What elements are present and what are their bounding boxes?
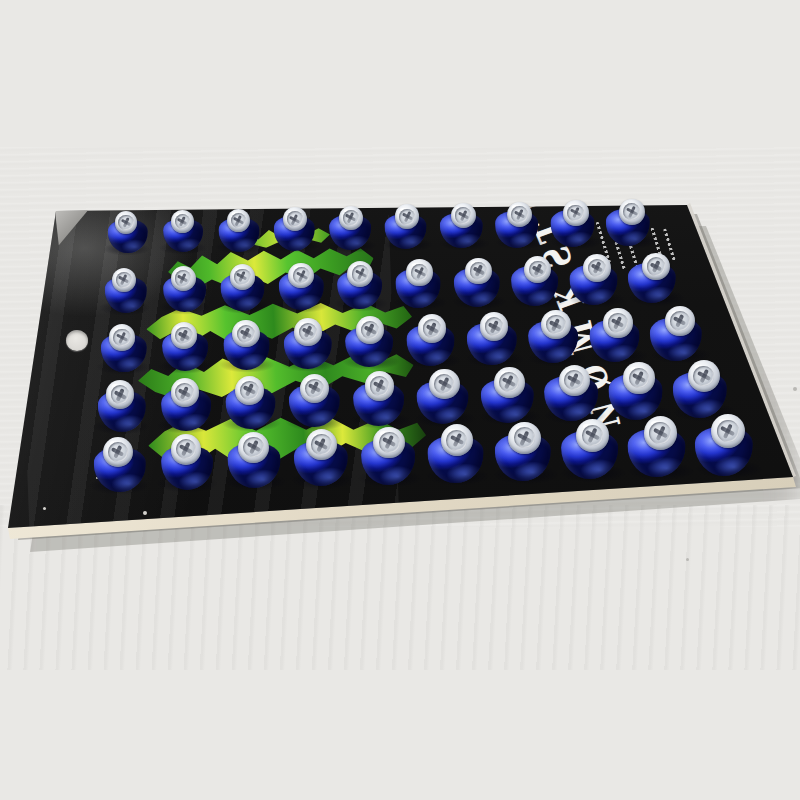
bolt-socket [243,437,263,457]
bolt-socket [647,257,665,275]
bolt-chrome-head [583,254,610,281]
blue-bolt-r5-c2 [160,434,212,489]
bolt-chrome-head [563,200,588,225]
blue-bolt-r5-c4 [294,429,348,486]
speck [686,558,689,561]
bolt-chrome-head [283,207,307,231]
bolt-chrome-head [103,437,133,467]
bolt-socket [693,366,714,387]
blue-bolt-r4-c3 [225,376,275,429]
bolt-chrome-head [623,362,654,393]
bolt-socket [399,209,415,225]
blue-bolt-r1-c10 [610,199,655,246]
bolt-chrome-head [395,204,420,229]
bolt-chrome-head [603,308,632,337]
bolt-socket [175,214,190,229]
blue-bolt-r5-c8 [564,419,621,479]
blue-bolt-r5-c9 [631,416,689,476]
bolt-socket [176,439,196,459]
blue-bolt-r3-c4 [284,318,332,368]
hang-hole [66,330,88,351]
bolt-chrome-head [711,414,745,448]
blue-bolt-r4-c9 [612,362,666,419]
blue-bolt-r2-c7 [456,258,502,306]
blue-bolt-r5-c3 [227,432,280,488]
bolt-socket [240,381,259,400]
bolt-chrome-head [171,322,198,349]
blue-bolt-r4-c5 [354,371,405,425]
bolt-chrome-head [339,206,363,230]
bolt-chrome-head [451,203,476,228]
bolt-socket [529,261,547,279]
blue-bolt-r1-c8 [498,202,541,248]
bolt-chrome-head [171,210,194,233]
bolt-chrome-head [494,367,525,398]
bolt-socket [237,325,255,343]
blue-bolt-r3-c1 [99,324,145,372]
bolt-chrome-head [171,266,196,291]
speck [793,387,797,391]
bolt-socket [446,430,467,451]
blue-bolt-r3-c7 [469,312,518,364]
blue-bolt-r2-c4 [279,263,323,310]
blue-bolt-r2-c2 [162,266,205,311]
blue-bolt-r1-c6 [386,204,428,248]
bolt-chrome-head [508,422,541,455]
bolt-socket [293,267,310,284]
bolt-socket [305,379,324,398]
blue-bolt-r4-c2 [160,378,209,430]
blue-bolt-r4-c6 [418,369,470,424]
blue-bolt-r4-c7 [483,367,536,422]
bolt-socket [370,376,390,396]
blue-bolt-r2-c5 [338,261,383,308]
blue-bolt-r2-c1 [103,268,146,313]
blue-bolt-r5-c5 [362,427,417,484]
bolt-socket [234,269,251,286]
bolt-socket [499,372,519,392]
bolt-socket [379,432,400,453]
bolt-socket [629,368,650,389]
bolt-socket [546,315,565,334]
bolt-chrome-head [294,318,322,346]
blue-bolt-r2-c10 [632,253,680,303]
bolt-socket [470,262,488,280]
blue-bolt-r3-c6 [408,314,457,365]
bolt-socket [118,215,133,230]
blue-bolt-r4-c8 [547,365,600,421]
blue-bolt-r1-c5 [330,206,372,250]
blue-bolt-r2-c9 [573,254,620,304]
bolt-socket [717,420,739,442]
bolt-chrome-head [109,324,135,350]
blue-bolt-r1-c4 [274,207,315,250]
bolt-chrome-head [235,376,264,405]
bolt-socket [588,259,606,277]
blue-bolt-r3-c10 [654,306,705,360]
blue-bolt-r4-c4 [289,374,340,427]
bolt-chrome-head [507,202,532,227]
blue-bolt-r3-c3 [223,320,270,369]
blue-bolt-r3-c9 [593,308,644,361]
bolt-socket [649,422,671,444]
blue-bolt-r5-c7 [497,422,553,481]
bolt-socket [175,327,193,345]
bolt-chrome-head [238,432,269,463]
bolt-socket [567,205,584,222]
blue-bolt-r5-c6 [429,424,484,482]
blue-bolt-r2-c6 [397,259,443,307]
bolt-chrome-head [373,427,405,459]
bolt-socket [582,425,604,447]
bolt-socket [455,207,471,223]
blue-bolt-r5-c10 [699,414,757,475]
blue-bolt-r1-c1 [106,211,145,252]
bolt-chrome-head [642,253,670,281]
bolt-socket [514,427,535,448]
bolt-socket [287,211,303,227]
blue-bolt-r2-c8 [514,256,561,305]
bolt-chrome-head [418,314,446,342]
bolt-chrome-head [356,316,384,344]
speck [143,511,147,515]
bolt-socket [175,383,194,402]
blue-bolt-r1-c3 [218,209,259,252]
bolt-socket [175,270,192,287]
bolt-socket [670,311,690,331]
bolt-chrome-head [559,365,590,396]
bolt-chrome-head [171,434,201,464]
bolt-chrome-head [480,312,509,341]
bolt-socket [352,265,369,282]
bolt-socket [299,323,317,341]
bolt-socket [311,434,332,455]
blue-bolt-r1-c9 [554,200,598,246]
bolt-chrome-head [644,416,677,449]
bolt-chrome-head [230,264,255,289]
bolt-chrome-head [406,259,432,285]
bolt-socket [608,313,627,332]
bolt-chrome-head [232,320,259,347]
bolt-chrome-head [441,424,473,456]
bolt-socket [434,374,454,394]
bolt-socket [564,370,584,390]
blue-bolt-r1-c2 [162,210,202,252]
bolt-socket [116,272,132,288]
bolt-socket [113,329,130,346]
bolt-chrome-head [106,380,134,408]
blue-bolt-r5-c1 [92,437,144,491]
speck [43,507,46,510]
bolt-socket [511,206,528,223]
bolt-socket [361,321,379,339]
bolt-socket [111,385,130,404]
bolt-chrome-head [665,306,695,336]
bolt-socket [343,210,359,226]
bolt-socket [411,264,428,281]
blue-bolt-r3-c5 [346,316,394,367]
blue-bolt-r4-c10 [677,360,732,418]
bolt-chrome-head [576,419,609,452]
bolt-chrome-head [429,369,459,399]
bolt-socket [108,442,128,462]
bolt-socket [231,213,247,229]
bolt-socket [485,317,504,336]
blue-bolt-r2-c3 [220,264,264,310]
blue-bolt-r3-c8 [531,310,581,363]
bolt-chrome-head [619,199,645,225]
bolt-chrome-head [171,378,200,407]
blue-bolt-r4-c1 [96,380,145,431]
bolt-socket [423,319,442,338]
bolt-chrome-head [541,310,570,339]
bolt-socket [623,203,640,220]
blue-bolt-r3-c2 [161,322,207,371]
bolt-chrome-head [688,360,720,392]
product-photo: NØMKSTE [0,0,800,800]
blue-bolt-r1-c7 [442,203,485,248]
